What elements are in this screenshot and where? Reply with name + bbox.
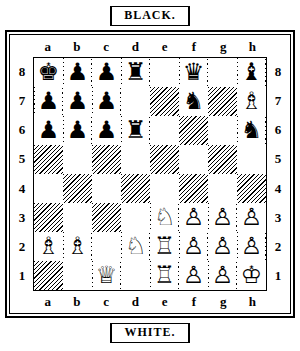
file-labels-top: abcdefgh — [33, 36, 267, 57]
square-e2[interactable]: ♖ — [150, 232, 179, 261]
black-rook: ♜ — [123, 59, 149, 86]
square-c1[interactable]: ♕ — [92, 261, 121, 290]
white-pawn: ♙ — [210, 262, 236, 289]
file-label-e: e — [150, 294, 179, 310]
square-a8[interactable]: ♚ — [34, 58, 63, 87]
square-d2[interactable]: ♘ — [121, 232, 150, 261]
rank-label-6: 6 — [275, 122, 282, 138]
corner — [267, 36, 289, 57]
square-b6[interactable]: ♟ — [63, 116, 92, 145]
rank-label-7: 7 — [275, 93, 282, 109]
black-side-caption: BLACK. — [110, 6, 190, 26]
black-pawn: ♟ — [65, 117, 91, 144]
black-rook: ♜ — [123, 117, 149, 144]
black-knight: ♞ — [239, 117, 265, 144]
rank-label-3: 3 — [19, 210, 26, 226]
white-pawn: ♙ — [212, 233, 234, 260]
black-pawn: ♟ — [67, 88, 89, 115]
file-label-c: c — [92, 294, 121, 310]
square-d5[interactable] — [121, 145, 150, 174]
rank-label-2: 2 — [19, 239, 26, 255]
black-pawn: ♟ — [38, 117, 60, 144]
square-a6[interactable]: ♟ — [34, 116, 63, 145]
rank-label-6: 6 — [19, 122, 26, 138]
square-g4[interactable] — [208, 174, 237, 203]
board-frame: abcdefgh 87654321 ♚♟♟♜♛♝♟♟♟♞♗♟♟♟♜♞♘♙♙♙♗♗… — [5, 30, 295, 318]
square-a1[interactable] — [34, 261, 63, 290]
square-h1[interactable]: ♔ — [237, 261, 266, 290]
square-d7[interactable] — [121, 87, 150, 116]
black-pawn: ♟ — [65, 59, 91, 86]
file-label-h: h — [238, 39, 267, 55]
square-g8[interactable] — [208, 58, 237, 87]
rank-label-3: 3 — [275, 210, 282, 226]
square-d6[interactable]: ♜ — [121, 116, 150, 145]
white-bishop: ♗ — [65, 233, 91, 260]
square-e7[interactable] — [150, 87, 179, 116]
white-rook: ♖ — [154, 233, 176, 260]
square-a7[interactable]: ♟ — [34, 87, 63, 116]
square-g7[interactable] — [208, 87, 237, 116]
white-side-caption-text: WHITE. — [124, 325, 175, 339]
square-h2[interactable]: ♙ — [237, 232, 266, 261]
black-pawn: ♟ — [96, 59, 118, 86]
square-h5[interactable] — [237, 145, 266, 174]
square-g2[interactable]: ♙ — [208, 232, 237, 261]
square-b5[interactable] — [63, 145, 92, 174]
white-pawn: ♙ — [183, 204, 205, 231]
square-f4[interactable] — [179, 174, 208, 203]
square-c6[interactable]: ♟ — [92, 116, 121, 145]
file-label-g: g — [209, 294, 238, 310]
white-bishop: ♗ — [241, 88, 263, 115]
square-b2[interactable]: ♗ — [63, 232, 92, 261]
square-b1[interactable] — [63, 261, 92, 290]
square-f5[interactable] — [179, 145, 208, 174]
square-c7[interactable]: ♟ — [92, 87, 121, 116]
square-h3[interactable]: ♙ — [237, 203, 266, 232]
rank-label-8: 8 — [19, 64, 26, 80]
white-pawn: ♙ — [183, 262, 205, 289]
square-f1[interactable]: ♙ — [179, 261, 208, 290]
corner — [11, 291, 33, 312]
rank-label-1: 1 — [19, 268, 26, 284]
file-label-c: c — [92, 39, 121, 55]
file-label-b: b — [62, 39, 91, 55]
black-knight: ♞ — [183, 88, 205, 115]
square-c8[interactable]: ♟ — [92, 58, 121, 87]
chess-board: ♚♟♟♜♛♝♟♟♟♞♗♟♟♟♜♞♘♙♙♙♗♗♘♖♙♙♙♕♖♙♙♔ — [33, 57, 267, 291]
rank-label-2: 2 — [275, 239, 282, 255]
board-with-coordinates: abcdefgh 87654321 ♚♟♟♜♛♝♟♟♟♞♗♟♟♟♜♞♘♙♙♙♗♗… — [11, 36, 289, 312]
square-e3[interactable]: ♘ — [150, 203, 179, 232]
file-label-b: b — [62, 294, 91, 310]
rank-label-7: 7 — [19, 93, 26, 109]
file-label-f: f — [179, 294, 208, 310]
rank-label-5: 5 — [19, 151, 26, 167]
square-g6[interactable] — [208, 116, 237, 145]
file-label-d: d — [121, 294, 150, 310]
square-g5[interactable] — [208, 145, 237, 174]
black-queen: ♛ — [181, 59, 207, 86]
white-king: ♔ — [241, 262, 263, 289]
white-pawn: ♙ — [241, 204, 263, 231]
square-e5[interactable] — [150, 145, 179, 174]
square-h4[interactable] — [237, 174, 266, 203]
black-pawn: ♟ — [96, 117, 118, 144]
square-e1[interactable]: ♖ — [150, 261, 179, 290]
square-f2[interactable]: ♙ — [179, 232, 208, 261]
file-label-a: a — [33, 294, 62, 310]
white-side-caption: WHITE. — [110, 323, 189, 343]
black-pawn: ♟ — [36, 88, 62, 115]
square-e4[interactable] — [150, 174, 179, 203]
square-c5[interactable] — [92, 145, 121, 174]
square-d8[interactable]: ♜ — [121, 58, 150, 87]
black-bishop: ♝ — [239, 59, 265, 86]
square-a5[interactable] — [34, 145, 63, 174]
white-pawn: ♙ — [210, 204, 236, 231]
square-b8[interactable]: ♟ — [63, 58, 92, 87]
square-a3[interactable] — [34, 203, 63, 232]
square-h7[interactable]: ♗ — [237, 87, 266, 116]
white-knight: ♘ — [123, 233, 149, 260]
file-labels-bottom: abcdefgh — [33, 291, 267, 312]
rank-label-1: 1 — [275, 268, 282, 284]
square-b7[interactable]: ♟ — [63, 87, 92, 116]
square-f8[interactable]: ♛ — [179, 58, 208, 87]
black-king: ♚ — [38, 59, 60, 86]
square-f3[interactable]: ♙ — [179, 203, 208, 232]
square-g1[interactable]: ♙ — [208, 261, 237, 290]
rank-label-8: 8 — [275, 64, 282, 80]
board-frame-inner: abcdefgh 87654321 ♚♟♟♜♛♝♟♟♟♞♗♟♟♟♜♞♘♙♙♙♗♗… — [9, 34, 291, 314]
file-label-e: e — [150, 39, 179, 55]
file-label-g: g — [209, 39, 238, 55]
square-d4[interactable] — [121, 174, 150, 203]
white-bishop: ♗ — [38, 233, 60, 260]
square-e6[interactable] — [150, 116, 179, 145]
square-d1[interactable] — [121, 261, 150, 290]
rank-label-4: 4 — [19, 181, 26, 197]
square-h6[interactable]: ♞ — [237, 116, 266, 145]
rank-labels-left: 87654321 — [11, 57, 33, 291]
black-pawn: ♟ — [94, 88, 120, 115]
square-d3[interactable] — [121, 203, 150, 232]
corner — [11, 36, 33, 57]
white-knight: ♘ — [152, 204, 178, 231]
square-h8[interactable]: ♝ — [237, 58, 266, 87]
square-c2[interactable] — [92, 232, 121, 261]
square-a2[interactable]: ♗ — [34, 232, 63, 261]
square-c4[interactable] — [92, 174, 121, 203]
square-g3[interactable]: ♙ — [208, 203, 237, 232]
white-pawn: ♙ — [181, 233, 207, 260]
file-label-a: a — [33, 39, 62, 55]
corner — [267, 291, 289, 312]
white-queen: ♕ — [94, 262, 120, 289]
square-b4[interactable] — [63, 174, 92, 203]
rank-label-5: 5 — [275, 151, 282, 167]
square-f7[interactable]: ♞ — [179, 87, 208, 116]
square-c3[interactable] — [92, 203, 121, 232]
rank-labels-right: 87654321 — [267, 57, 289, 291]
square-b3[interactable] — [63, 203, 92, 232]
rank-label-4: 4 — [275, 181, 282, 197]
file-label-d: d — [121, 39, 150, 55]
black-side-caption-text: BLACK. — [124, 8, 176, 22]
file-label-h: h — [238, 294, 267, 310]
file-label-f: f — [179, 39, 208, 55]
square-a4[interactable] — [34, 174, 63, 203]
white-rook: ♖ — [152, 262, 178, 289]
square-f6[interactable] — [179, 116, 208, 145]
square-e8[interactable] — [150, 58, 179, 87]
white-pawn: ♙ — [239, 233, 265, 260]
